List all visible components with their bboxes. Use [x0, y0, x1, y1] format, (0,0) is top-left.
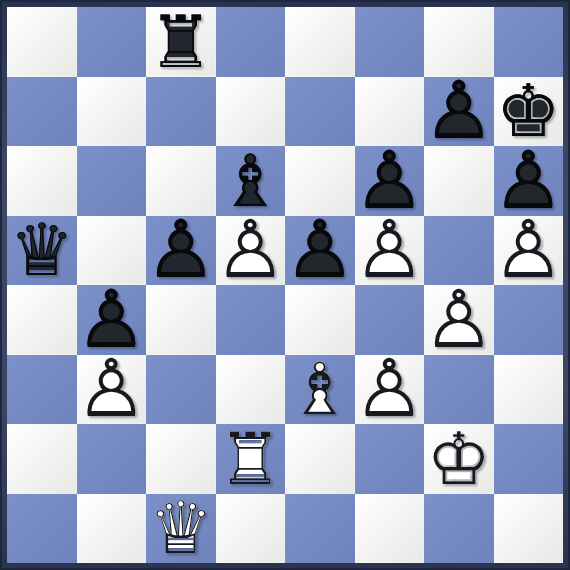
square-f5[interactable]: ♟♙	[355, 216, 425, 286]
chess-board: ♜♖♟♙♚♔♝♗♟♙♟♙♛♕♟♙♟♙♟♙♟♙♟♙♟♙♟♙♟♙♝♗♟♙♜♖♚♔♛♕	[7, 7, 563, 563]
white-pawn[interactable]: ♟♙	[77, 355, 147, 425]
square-b1[interactable]	[77, 494, 147, 564]
square-f2[interactable]	[355, 424, 425, 494]
square-f8[interactable]	[355, 7, 425, 77]
white-bishop[interactable]: ♝♗	[285, 355, 355, 425]
square-g6[interactable]	[424, 146, 494, 216]
square-b3[interactable]: ♟♙	[77, 355, 147, 425]
pawn-outline-glyph: ♙	[494, 216, 564, 286]
pawn-outline-glyph: ♙	[355, 355, 425, 425]
rook-outline-glyph: ♖	[216, 424, 286, 494]
square-d4[interactable]	[216, 285, 286, 355]
square-c7[interactable]	[146, 77, 216, 147]
square-d1[interactable]	[216, 494, 286, 564]
square-d2[interactable]: ♜♖	[216, 424, 286, 494]
square-c1[interactable]: ♛♕	[146, 494, 216, 564]
bishop-outline-glyph: ♗	[285, 355, 355, 425]
square-a1[interactable]	[7, 494, 77, 564]
square-e8[interactable]	[285, 7, 355, 77]
square-a7[interactable]	[7, 77, 77, 147]
white-pawn[interactable]: ♟♙	[355, 355, 425, 425]
square-a5[interactable]: ♛♕	[7, 216, 77, 286]
black-pawn[interactable]: ♟♙	[285, 216, 355, 286]
square-g2[interactable]: ♚♔	[424, 424, 494, 494]
square-b2[interactable]	[77, 424, 147, 494]
pawn-outline-glyph: ♙	[285, 216, 355, 286]
square-c4[interactable]	[146, 285, 216, 355]
square-h4[interactable]	[494, 285, 564, 355]
black-pawn[interactable]: ♟♙	[424, 77, 494, 147]
square-a3[interactable]	[7, 355, 77, 425]
white-queen[interactable]: ♛♕	[146, 494, 216, 564]
square-g4[interactable]: ♟♙	[424, 285, 494, 355]
square-d7[interactable]	[216, 77, 286, 147]
square-h8[interactable]	[494, 7, 564, 77]
square-f1[interactable]	[355, 494, 425, 564]
square-g7[interactable]: ♟♙	[424, 77, 494, 147]
square-h2[interactable]	[494, 424, 564, 494]
white-pawn[interactable]: ♟♙	[424, 285, 494, 355]
white-pawn[interactable]: ♟♙	[355, 216, 425, 286]
square-g1[interactable]	[424, 494, 494, 564]
pawn-outline-glyph: ♙	[77, 355, 147, 425]
square-d5[interactable]: ♟♙	[216, 216, 286, 286]
square-b6[interactable]	[77, 146, 147, 216]
white-rook[interactable]: ♜♖	[216, 424, 286, 494]
square-b8[interactable]	[77, 7, 147, 77]
black-rook[interactable]: ♜♖	[146, 7, 216, 77]
square-b7[interactable]	[77, 77, 147, 147]
white-pawn[interactable]: ♟♙	[494, 216, 564, 286]
square-d3[interactable]	[216, 355, 286, 425]
square-a8[interactable]	[7, 7, 77, 77]
queen-outline-glyph: ♕	[7, 216, 77, 286]
square-a6[interactable]	[7, 146, 77, 216]
square-f3[interactable]: ♟♙	[355, 355, 425, 425]
square-e5[interactable]: ♟♙	[285, 216, 355, 286]
black-queen[interactable]: ♛♕	[7, 216, 77, 286]
square-a4[interactable]	[7, 285, 77, 355]
square-e4[interactable]	[285, 285, 355, 355]
square-e1[interactable]	[285, 494, 355, 564]
black-pawn[interactable]: ♟♙	[146, 216, 216, 286]
chess-board-frame: ♜♖♟♙♚♔♝♗♟♙♟♙♛♕♟♙♟♙♟♙♟♙♟♙♟♙♟♙♟♙♝♗♟♙♜♖♚♔♛♕	[0, 0, 570, 570]
square-h3[interactable]	[494, 355, 564, 425]
white-king[interactable]: ♚♔	[424, 424, 494, 494]
queen-outline-glyph: ♕	[146, 494, 216, 564]
square-g3[interactable]	[424, 355, 494, 425]
pawn-outline-glyph: ♙	[146, 216, 216, 286]
square-c3[interactable]	[146, 355, 216, 425]
white-pawn[interactable]: ♟♙	[216, 216, 286, 286]
square-c8[interactable]: ♜♖	[146, 7, 216, 77]
square-h1[interactable]	[494, 494, 564, 564]
square-e2[interactable]	[285, 424, 355, 494]
rook-outline-glyph: ♖	[146, 7, 216, 77]
pawn-outline-glyph: ♙	[424, 77, 494, 147]
square-h5[interactable]: ♟♙	[494, 216, 564, 286]
pawn-outline-glyph: ♙	[216, 216, 286, 286]
square-a2[interactable]	[7, 424, 77, 494]
square-e3[interactable]: ♝♗	[285, 355, 355, 425]
square-c2[interactable]	[146, 424, 216, 494]
square-c5[interactable]: ♟♙	[146, 216, 216, 286]
king-outline-glyph: ♔	[424, 424, 494, 494]
pawn-outline-glyph: ♙	[424, 285, 494, 355]
pawn-outline-glyph: ♙	[355, 216, 425, 286]
square-e7[interactable]	[285, 77, 355, 147]
square-d8[interactable]	[216, 7, 286, 77]
